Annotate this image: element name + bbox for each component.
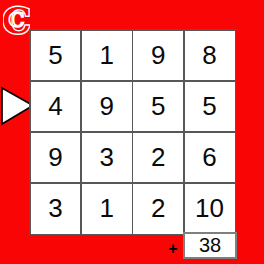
plus-operator: +	[164, 238, 182, 260]
cell-r2-c2[interactable]: 9	[82, 82, 132, 132]
cell-r2-c3[interactable]: 5	[133, 82, 183, 132]
cell-r3-c2[interactable]: 3	[82, 133, 132, 183]
cell-r4-c4[interactable]: 10	[185, 184, 235, 234]
cell-r4-c2[interactable]: 1	[82, 184, 132, 234]
cell-r4-c3[interactable]: 2	[133, 184, 183, 234]
cell-r1-c2[interactable]: 1	[82, 31, 132, 81]
cell-r1-c3[interactable]: 9	[133, 31, 183, 81]
c-logo: C C	[3, 2, 30, 40]
cell-r1-c1[interactable]: 5	[31, 31, 81, 81]
svg-text:C: C	[9, 8, 25, 32]
cell-r3-c1[interactable]: 9	[31, 133, 81, 183]
number-grid: 5 1 9 8 4 9 5 5 9 3 2 6 3 1 2 10	[29, 29, 236, 235]
sum-display: 38	[183, 232, 237, 259]
cell-r1-c4[interactable]: 8	[185, 31, 235, 81]
cell-r2-c4[interactable]: 5	[185, 82, 235, 132]
cell-r3-c3[interactable]: 2	[133, 133, 183, 183]
cell-r3-c4[interactable]: 6	[185, 133, 235, 183]
cell-r4-c1[interactable]: 3	[31, 184, 81, 234]
cell-r2-c1[interactable]: 4	[31, 82, 81, 132]
